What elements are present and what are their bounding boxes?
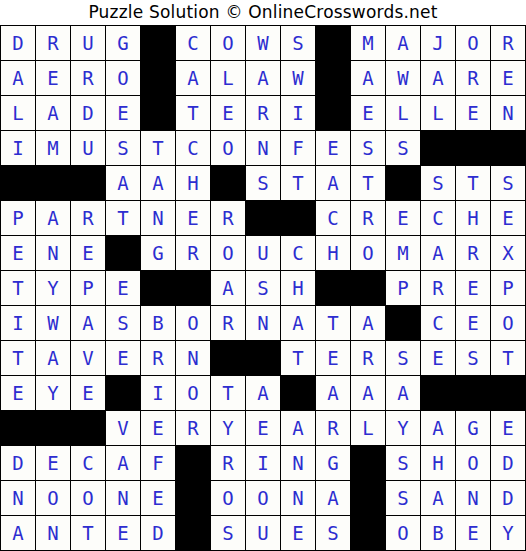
letter-cell-r8c1: T bbox=[1, 271, 35, 305]
letter-cell-r14c8: O bbox=[246, 481, 280, 515]
letter-cell-r10c9: T bbox=[281, 341, 315, 375]
letter-cell-r9c13: C bbox=[421, 306, 455, 340]
letter-cell-r2c3: R bbox=[71, 61, 105, 95]
letter-cell-r7c12: M bbox=[386, 236, 420, 270]
letter-cell-r3c15: N bbox=[491, 96, 525, 130]
block-cell-r4c14 bbox=[456, 131, 490, 165]
letter-cell-r4c9: F bbox=[281, 131, 315, 165]
block-cell-r5c2 bbox=[36, 166, 70, 200]
letter-cell-r4c2: M bbox=[36, 131, 70, 165]
letter-cell-r5c10: A bbox=[316, 166, 350, 200]
letter-cell-r15c14: E bbox=[456, 516, 490, 550]
letter-cell-r6c2: A bbox=[36, 201, 70, 235]
letter-cell-r7c3: E bbox=[71, 236, 105, 270]
letter-cell-r2c1: A bbox=[1, 61, 35, 95]
block-cell-r7c4 bbox=[106, 236, 140, 270]
letter-cell-r7c2: N bbox=[36, 236, 70, 270]
letter-cell-r14c9: N bbox=[281, 481, 315, 515]
letter-cell-r2c2: E bbox=[36, 61, 70, 95]
letter-cell-r7c8: U bbox=[246, 236, 280, 270]
letter-cell-r8c4: E bbox=[106, 271, 140, 305]
block-cell-r15c6 bbox=[176, 516, 210, 550]
letter-cell-r10c10: E bbox=[316, 341, 350, 375]
letter-cell-r15c15: Y bbox=[491, 516, 525, 550]
letter-cell-r8c14: E bbox=[456, 271, 490, 305]
letter-cell-r4c5: T bbox=[141, 131, 175, 165]
block-cell-r11c14 bbox=[456, 376, 490, 410]
letter-cell-r10c13: E bbox=[421, 341, 455, 375]
letter-cell-r6c3: R bbox=[71, 201, 105, 235]
letter-cell-r15c10: S bbox=[316, 516, 350, 550]
block-cell-r3c10 bbox=[316, 96, 350, 130]
letter-cell-r10c2: A bbox=[36, 341, 70, 375]
letter-cell-r15c9: E bbox=[281, 516, 315, 550]
block-cell-r9c12 bbox=[386, 306, 420, 340]
letter-cell-r5c14: T bbox=[456, 166, 490, 200]
letter-cell-r13c7: R bbox=[211, 446, 245, 480]
letter-cell-r7c1: E bbox=[1, 236, 35, 270]
letter-cell-r14c14: N bbox=[456, 481, 490, 515]
letter-cell-r2c6: A bbox=[176, 61, 210, 95]
letter-cell-r4c7: O bbox=[211, 131, 245, 165]
crossword-grid: DRUGCOWSMAJORAEROALAWAWARELADETERIELLENI… bbox=[0, 25, 526, 551]
letter-cell-r8c15: P bbox=[491, 271, 525, 305]
letter-cell-r1c11: M bbox=[351, 26, 385, 60]
letter-cell-r9c7: R bbox=[211, 306, 245, 340]
block-cell-r13c11 bbox=[351, 446, 385, 480]
letter-cell-r10c12: S bbox=[386, 341, 420, 375]
block-cell-r8c5 bbox=[141, 271, 175, 305]
letter-cell-r3c8: R bbox=[246, 96, 280, 130]
letter-cell-r15c2: N bbox=[36, 516, 70, 550]
letter-cell-r9c3: A bbox=[71, 306, 105, 340]
letter-cell-r1c13: J bbox=[421, 26, 455, 60]
letter-cell-r13c9: N bbox=[281, 446, 315, 480]
block-cell-r5c12 bbox=[386, 166, 420, 200]
letter-cell-r3c12: L bbox=[386, 96, 420, 130]
block-cell-r14c6 bbox=[176, 481, 210, 515]
letter-cell-r9c8: N bbox=[246, 306, 280, 340]
puzzle-solution-page: Puzzle Solution © OnlineCrosswords.net D… bbox=[0, 0, 526, 551]
letter-cell-r1c1: D bbox=[1, 26, 35, 60]
block-cell-r5c7 bbox=[211, 166, 245, 200]
letter-cell-r3c3: D bbox=[71, 96, 105, 130]
letter-cell-r4c1: I bbox=[1, 131, 35, 165]
block-cell-r8c6 bbox=[176, 271, 210, 305]
letter-cell-r8c9: H bbox=[281, 271, 315, 305]
letter-cell-r9c5: B bbox=[141, 306, 175, 340]
page-title: Puzzle Solution © OnlineCrosswords.net bbox=[0, 0, 526, 25]
block-cell-r11c4 bbox=[106, 376, 140, 410]
letter-cell-r12c8: E bbox=[246, 411, 280, 445]
letter-cell-r1c9: S bbox=[281, 26, 315, 60]
letter-cell-r10c6: N bbox=[176, 341, 210, 375]
block-cell-r1c5 bbox=[141, 26, 175, 60]
letter-cell-r6c1: P bbox=[1, 201, 35, 235]
letter-cell-r9c1: I bbox=[1, 306, 35, 340]
block-cell-r11c9 bbox=[281, 376, 315, 410]
letter-cell-r13c8: I bbox=[246, 446, 280, 480]
letter-cell-r14c10: A bbox=[316, 481, 350, 515]
letter-cell-r12c13: A bbox=[421, 411, 455, 445]
block-cell-r12c2 bbox=[36, 411, 70, 445]
letter-cell-r2c11: A bbox=[351, 61, 385, 95]
letter-cell-r4c10: E bbox=[316, 131, 350, 165]
letter-cell-r1c7: O bbox=[211, 26, 245, 60]
letter-cell-r11c1: E bbox=[1, 376, 35, 410]
letter-cell-r13c12: S bbox=[386, 446, 420, 480]
letter-cell-r1c8: W bbox=[246, 26, 280, 60]
letter-cell-r8c7: A bbox=[211, 271, 245, 305]
letter-cell-r3c13: L bbox=[421, 96, 455, 130]
block-cell-r5c1 bbox=[1, 166, 35, 200]
letter-cell-r2c12: W bbox=[386, 61, 420, 95]
letter-cell-r9c10: T bbox=[316, 306, 350, 340]
block-cell-r5c3 bbox=[71, 166, 105, 200]
letter-cell-r2c14: R bbox=[456, 61, 490, 95]
letter-cell-r4c11: S bbox=[351, 131, 385, 165]
letter-cell-r14c1: N bbox=[1, 481, 35, 515]
letter-cell-r5c9: T bbox=[281, 166, 315, 200]
block-cell-r6c8 bbox=[246, 201, 280, 235]
letter-cell-r3c2: A bbox=[36, 96, 70, 130]
letter-cell-r10c4: E bbox=[106, 341, 140, 375]
letter-cell-r13c14: O bbox=[456, 446, 490, 480]
letter-cell-r4c3: U bbox=[71, 131, 105, 165]
letter-cell-r12c9: A bbox=[281, 411, 315, 445]
letter-cell-r11c7: T bbox=[211, 376, 245, 410]
letter-cell-r14c12: S bbox=[386, 481, 420, 515]
letter-cell-r12c5: E bbox=[141, 411, 175, 445]
letter-cell-r5c4: A bbox=[106, 166, 140, 200]
letter-cell-r15c3: T bbox=[71, 516, 105, 550]
letter-cell-r5c11: T bbox=[351, 166, 385, 200]
letter-cell-r1c2: R bbox=[36, 26, 70, 60]
letter-cell-r3c6: T bbox=[176, 96, 210, 130]
letter-cell-r5c6: H bbox=[176, 166, 210, 200]
letter-cell-r11c8: A bbox=[246, 376, 280, 410]
letter-cell-r9c11: A bbox=[351, 306, 385, 340]
letter-cell-r7c13: A bbox=[421, 236, 455, 270]
block-cell-r4c13 bbox=[421, 131, 455, 165]
letter-cell-r14c3: O bbox=[71, 481, 105, 515]
letter-cell-r7c5: G bbox=[141, 236, 175, 270]
letter-cell-r12c14: G bbox=[456, 411, 490, 445]
block-cell-r12c3 bbox=[71, 411, 105, 445]
letter-cell-r7c11: O bbox=[351, 236, 385, 270]
letter-cell-r6c5: N bbox=[141, 201, 175, 235]
letter-cell-r6c14: H bbox=[456, 201, 490, 235]
letter-cell-r7c10: H bbox=[316, 236, 350, 270]
letter-cell-r12c4: V bbox=[106, 411, 140, 445]
letter-cell-r11c12: A bbox=[386, 376, 420, 410]
letter-cell-r2c15: E bbox=[491, 61, 525, 95]
letter-cell-r13c3: C bbox=[71, 446, 105, 480]
letter-cell-r12c11: L bbox=[351, 411, 385, 445]
letter-cell-r6c4: T bbox=[106, 201, 140, 235]
letter-cell-r6c13: C bbox=[421, 201, 455, 235]
block-cell-r10c7 bbox=[211, 341, 245, 375]
letter-cell-r6c7: R bbox=[211, 201, 245, 235]
letter-cell-r1c12: A bbox=[386, 26, 420, 60]
letter-cell-r3c14: E bbox=[456, 96, 490, 130]
letter-cell-r15c12: O bbox=[386, 516, 420, 550]
letter-cell-r6c11: R bbox=[351, 201, 385, 235]
letter-cell-r2c7: L bbox=[211, 61, 245, 95]
letter-cell-r4c4: S bbox=[106, 131, 140, 165]
letter-cell-r11c11: A bbox=[351, 376, 385, 410]
block-cell-r4c15 bbox=[491, 131, 525, 165]
letter-cell-r10c15: T bbox=[491, 341, 525, 375]
letter-cell-r7c14: R bbox=[456, 236, 490, 270]
letter-cell-r15c1: A bbox=[1, 516, 35, 550]
letter-cell-r15c5: D bbox=[141, 516, 175, 550]
block-cell-r2c10 bbox=[316, 61, 350, 95]
letter-cell-r13c1: D bbox=[1, 446, 35, 480]
letter-cell-r12c6: R bbox=[176, 411, 210, 445]
letter-cell-r1c15: R bbox=[491, 26, 525, 60]
letter-cell-r9c4: S bbox=[106, 306, 140, 340]
letter-cell-r13c5: F bbox=[141, 446, 175, 480]
letter-cell-r10c11: R bbox=[351, 341, 385, 375]
letter-cell-r9c15: O bbox=[491, 306, 525, 340]
letter-cell-r12c7: Y bbox=[211, 411, 245, 445]
letter-cell-r3c7: E bbox=[211, 96, 245, 130]
block-cell-r11c15 bbox=[491, 376, 525, 410]
block-cell-r3c5 bbox=[141, 96, 175, 130]
letter-cell-r13c2: E bbox=[36, 446, 70, 480]
letter-cell-r9c6: O bbox=[176, 306, 210, 340]
letter-cell-r7c7: O bbox=[211, 236, 245, 270]
letter-cell-r12c10: R bbox=[316, 411, 350, 445]
letter-cell-r4c12: S bbox=[386, 131, 420, 165]
letter-cell-r1c4: G bbox=[106, 26, 140, 60]
block-cell-r14c11 bbox=[351, 481, 385, 515]
letter-cell-r3c11: E bbox=[351, 96, 385, 130]
block-cell-r12c1 bbox=[1, 411, 35, 445]
letter-cell-r11c6: O bbox=[176, 376, 210, 410]
letter-cell-r3c4: E bbox=[106, 96, 140, 130]
letter-cell-r14c15: D bbox=[491, 481, 525, 515]
block-cell-r13c6 bbox=[176, 446, 210, 480]
letter-cell-r5c15: S bbox=[491, 166, 525, 200]
letter-cell-r14c5: E bbox=[141, 481, 175, 515]
letter-cell-r10c5: R bbox=[141, 341, 175, 375]
letter-cell-r6c15: E bbox=[491, 201, 525, 235]
letter-cell-r14c7: O bbox=[211, 481, 245, 515]
letter-cell-r7c9: C bbox=[281, 236, 315, 270]
letter-cell-r7c6: R bbox=[176, 236, 210, 270]
block-cell-r6c9 bbox=[281, 201, 315, 235]
letter-cell-r15c7: S bbox=[211, 516, 245, 550]
block-cell-r10c8 bbox=[246, 341, 280, 375]
letter-cell-r11c3: E bbox=[71, 376, 105, 410]
letter-cell-r3c1: L bbox=[1, 96, 35, 130]
letter-cell-r15c8: U bbox=[246, 516, 280, 550]
block-cell-r1c10 bbox=[316, 26, 350, 60]
block-cell-r8c11 bbox=[351, 271, 385, 305]
letter-cell-r6c6: E bbox=[176, 201, 210, 235]
letter-cell-r3c9: I bbox=[281, 96, 315, 130]
letter-cell-r6c10: C bbox=[316, 201, 350, 235]
letter-cell-r13c15: D bbox=[491, 446, 525, 480]
letter-cell-r2c9: W bbox=[281, 61, 315, 95]
letter-cell-r8c3: P bbox=[71, 271, 105, 305]
letter-cell-r9c14: E bbox=[456, 306, 490, 340]
letter-cell-r7c15: X bbox=[491, 236, 525, 270]
letter-cell-r10c1: T bbox=[1, 341, 35, 375]
letter-cell-r12c15: E bbox=[491, 411, 525, 445]
letter-cell-r10c3: V bbox=[71, 341, 105, 375]
letter-cell-r8c12: P bbox=[386, 271, 420, 305]
block-cell-r15c11 bbox=[351, 516, 385, 550]
letter-cell-r2c8: A bbox=[246, 61, 280, 95]
block-cell-r8c10 bbox=[316, 271, 350, 305]
letter-cell-r6c12: E bbox=[386, 201, 420, 235]
letter-cell-r14c13: A bbox=[421, 481, 455, 515]
letter-cell-r15c13: B bbox=[421, 516, 455, 550]
letter-cell-r5c5: A bbox=[141, 166, 175, 200]
letter-cell-r10c14: S bbox=[456, 341, 490, 375]
letter-cell-r8c13: R bbox=[421, 271, 455, 305]
letter-cell-r2c4: O bbox=[106, 61, 140, 95]
letter-cell-r8c2: Y bbox=[36, 271, 70, 305]
letter-cell-r14c4: N bbox=[106, 481, 140, 515]
letter-cell-r2c13: A bbox=[421, 61, 455, 95]
letter-cell-r14c2: O bbox=[36, 481, 70, 515]
letter-cell-r5c8: S bbox=[246, 166, 280, 200]
letter-cell-r9c2: W bbox=[36, 306, 70, 340]
letter-cell-r1c14: O bbox=[456, 26, 490, 60]
letter-cell-r11c5: I bbox=[141, 376, 175, 410]
letter-cell-r8c8: S bbox=[246, 271, 280, 305]
letter-cell-r13c4: A bbox=[106, 446, 140, 480]
letter-cell-r4c6: C bbox=[176, 131, 210, 165]
letter-cell-r11c2: Y bbox=[36, 376, 70, 410]
letter-cell-r12c12: Y bbox=[386, 411, 420, 445]
letter-cell-r1c3: U bbox=[71, 26, 105, 60]
letter-cell-r13c10: G bbox=[316, 446, 350, 480]
letter-cell-r15c4: E bbox=[106, 516, 140, 550]
letter-cell-r5c13: S bbox=[421, 166, 455, 200]
letter-cell-r11c10: A bbox=[316, 376, 350, 410]
block-cell-r2c5 bbox=[141, 61, 175, 95]
block-cell-r11c13 bbox=[421, 376, 455, 410]
letter-cell-r1c6: C bbox=[176, 26, 210, 60]
letter-cell-r13c13: H bbox=[421, 446, 455, 480]
letter-cell-r4c8: N bbox=[246, 131, 280, 165]
letter-cell-r9c9: A bbox=[281, 306, 315, 340]
